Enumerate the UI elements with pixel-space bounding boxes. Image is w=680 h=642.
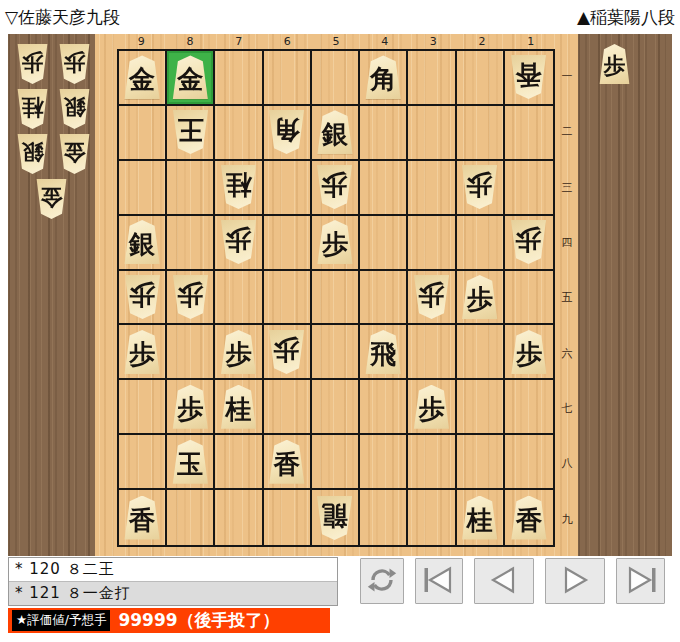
bottom-bar: * 120 ８二王 * 121 ８一金打 ★評価値/予想手 99999（後手投了… (0, 556, 680, 642)
square-39 (408, 490, 456, 545)
square-28 (457, 435, 505, 490)
square-53: 歩 (312, 161, 360, 216)
col-label-6: 6 (263, 35, 312, 48)
skip-to-start-button[interactable] (415, 558, 463, 604)
square-51 (312, 51, 360, 106)
square-41: 角 (360, 51, 408, 106)
square-38 (408, 435, 456, 490)
square-97 (119, 380, 167, 435)
square-22 (457, 106, 505, 161)
col-label-4: 4 (360, 35, 409, 48)
col-label-9: 9 (117, 35, 166, 48)
square-77: 桂 (215, 380, 263, 435)
square-83 (167, 161, 215, 216)
square-72 (215, 106, 263, 161)
move-list: * 120 ８二王 * 121 ８一金打 (8, 557, 338, 606)
eval-value: 99999（後手投了） (118, 609, 279, 632)
square-36 (408, 325, 456, 380)
nav-controls (360, 558, 665, 604)
square-95: 歩 (119, 271, 167, 326)
square-76: 歩 (215, 325, 263, 380)
row-label-二: 二 (559, 104, 575, 159)
piece-sente-桂-77: 桂 (219, 385, 258, 429)
square-48 (360, 435, 408, 490)
row-labels: 一二三四五六七八九 (559, 49, 575, 547)
piece-gote-香-11: 香 (509, 55, 548, 99)
square-99: 香 (119, 490, 167, 545)
square-91: 金 (119, 51, 167, 106)
piece-sente-香-68: 香 (267, 440, 306, 484)
square-31 (408, 51, 456, 106)
piece-gote-桂-73: 桂 (219, 165, 258, 209)
square-88: 玉 (167, 435, 215, 490)
square-74: 歩 (215, 216, 263, 271)
square-14: 歩 (505, 216, 553, 271)
piece-sente-歩-37: 歩 (412, 385, 451, 429)
square-12 (505, 106, 553, 161)
piece-sente-歩-25: 歩 (460, 275, 499, 319)
square-85: 歩 (167, 271, 215, 326)
hand-piece-gote-金: 金 (35, 179, 68, 219)
piece-gote-歩-95: 歩 (123, 275, 162, 319)
piece-sente-香-99: 香 (123, 496, 162, 540)
row-label-三: 三 (559, 160, 575, 215)
square-65 (264, 271, 312, 326)
board-area: 歩歩桂銀銀金金 歩 987654321 一二三四五六七八九 金金角香王角銀桂歩歩… (8, 34, 672, 556)
square-56 (312, 325, 360, 380)
piece-sente-銀-52: 銀 (315, 110, 354, 154)
eval-bar: ★評価値/予想手 99999（後手投了） (8, 608, 330, 633)
step-forward-icon (557, 565, 593, 598)
square-16: 歩 (505, 325, 553, 380)
square-94: 銀 (119, 216, 167, 271)
square-71 (215, 51, 263, 106)
square-81: 金 (167, 51, 215, 106)
square-21 (457, 51, 505, 106)
square-25: 歩 (457, 271, 505, 326)
move-row[interactable]: * 120 ８二王 (9, 558, 337, 581)
square-54: 歩 (312, 216, 360, 271)
piece-gote-角-62: 角 (267, 110, 306, 154)
piece-gote-歩-23: 歩 (460, 165, 499, 209)
hand-piece-gote-歩: 歩 (58, 44, 91, 84)
row-label-一: 一 (559, 49, 575, 104)
row-label-五: 五 (559, 270, 575, 325)
square-24 (457, 216, 505, 271)
square-35: 歩 (408, 271, 456, 326)
row-label-九: 九 (559, 492, 575, 547)
piece-sente-歩-16: 歩 (509, 330, 548, 374)
square-11: 香 (505, 51, 553, 106)
piece-sente-金-91: 金 (123, 55, 162, 99)
step-back-icon (486, 565, 522, 598)
square-29: 桂 (457, 490, 505, 545)
square-66: 歩 (264, 325, 312, 380)
col-label-3: 3 (409, 35, 458, 48)
square-23: 歩 (457, 161, 505, 216)
column-labels: 987654321 (117, 35, 555, 48)
square-67 (264, 380, 312, 435)
player-gote: ▽佐藤天彦九段 (5, 6, 120, 29)
hand-piece-gote-歩: 歩 (16, 44, 49, 84)
square-87: 歩 (167, 380, 215, 435)
row-label-八: 八 (559, 436, 575, 491)
move-row[interactable]: * 121 ８一金打 (9, 581, 337, 605)
square-49 (360, 490, 408, 545)
step-forward-button[interactable] (545, 558, 605, 604)
hand-piece-gote-桂: 桂 (16, 89, 49, 129)
refresh-button[interactable] (360, 558, 404, 604)
square-79 (215, 490, 263, 545)
piece-gote-歩-85: 歩 (171, 275, 210, 319)
square-57 (312, 380, 360, 435)
step-back-button[interactable] (474, 558, 534, 604)
col-label-1: 1 (506, 35, 555, 48)
row-label-六: 六 (559, 326, 575, 381)
square-75 (215, 271, 263, 326)
hand-piece-gote-金: 金 (58, 134, 91, 174)
hand-piece-gote-銀: 銀 (16, 134, 49, 174)
square-86 (167, 325, 215, 380)
piece-gote-歩-74: 歩 (219, 220, 258, 264)
piece-gote-龍-59: 龍 (315, 496, 354, 540)
square-18 (505, 435, 553, 490)
square-13 (505, 161, 553, 216)
square-89 (167, 490, 215, 545)
square-63 (264, 161, 312, 216)
square-73: 桂 (215, 161, 263, 216)
square-68: 香 (264, 435, 312, 490)
piece-sente-香-19: 香 (509, 496, 548, 540)
square-61 (264, 51, 312, 106)
piece-sente-歩-76: 歩 (219, 330, 258, 374)
square-52: 銀 (312, 106, 360, 161)
hand-piece-gote-銀: 銀 (58, 89, 91, 129)
sente-hand-tray: 歩 (578, 34, 672, 556)
col-label-7: 7 (214, 35, 263, 48)
square-62: 角 (264, 106, 312, 161)
square-15 (505, 271, 553, 326)
square-43 (360, 161, 408, 216)
col-label-8: 8 (166, 35, 215, 48)
square-46: 飛 (360, 325, 408, 380)
square-93 (119, 161, 167, 216)
piece-sente-歩-96: 歩 (123, 330, 162, 374)
shogi-board: 金金角香王角銀桂歩歩銀歩歩歩歩歩歩歩歩歩歩飛歩歩桂歩玉香香龍桂香 (117, 49, 555, 547)
refresh-icon (367, 565, 397, 598)
piece-sente-歩-54: 歩 (315, 220, 354, 264)
square-34 (408, 216, 456, 271)
piece-gote-歩-53: 歩 (315, 165, 354, 209)
header: ▽佐藤天彦九段 ▲稲葉陽八段 (0, 0, 680, 34)
square-17 (505, 380, 553, 435)
square-64 (264, 216, 312, 271)
square-26 (457, 325, 505, 380)
piece-sente-銀-94: 銀 (123, 220, 162, 264)
piece-sente-飛-46: 飛 (364, 330, 403, 374)
square-69 (264, 490, 312, 545)
square-44 (360, 216, 408, 271)
row-label-四: 四 (559, 215, 575, 270)
row-label-七: 七 (559, 381, 575, 436)
square-59: 龍 (312, 490, 360, 545)
player-sente: ▲稲葉陽八段 (577, 6, 675, 29)
square-33 (408, 161, 456, 216)
piece-sente-桂-29: 桂 (460, 496, 499, 540)
eval-label: ★評価値/予想手 (12, 610, 110, 631)
piece-gote-歩-35: 歩 (412, 275, 451, 319)
square-27 (457, 380, 505, 435)
skip-to-end-button[interactable] (616, 558, 665, 604)
square-92 (119, 106, 167, 161)
skip-to-end-icon (623, 565, 659, 598)
square-58 (312, 435, 360, 490)
col-label-2: 2 (458, 35, 507, 48)
square-55 (312, 271, 360, 326)
col-label-5: 5 (312, 35, 361, 48)
skip-to-start-icon (421, 565, 457, 598)
square-82: 王 (167, 106, 215, 161)
piece-sente-金-81: 金 (171, 55, 210, 99)
square-37: 歩 (408, 380, 456, 435)
gote-hand-tray: 歩歩桂銀銀金金 (8, 34, 95, 556)
square-84 (167, 216, 215, 271)
square-47 (360, 380, 408, 435)
piece-sente-角-41: 角 (364, 55, 403, 99)
piece-gote-歩-14: 歩 (509, 220, 548, 264)
piece-gote-歩-66: 歩 (267, 330, 306, 374)
hand-piece-sente-歩: 歩 (598, 44, 631, 84)
square-78 (215, 435, 263, 490)
piece-sente-玉-88: 玉 (171, 440, 210, 484)
square-98 (119, 435, 167, 490)
square-96: 歩 (119, 325, 167, 380)
piece-gote-王-82: 王 (171, 110, 210, 154)
square-32 (408, 106, 456, 161)
piece-sente-歩-87: 歩 (171, 385, 210, 429)
square-45 (360, 271, 408, 326)
square-42 (360, 106, 408, 161)
square-19: 香 (505, 490, 553, 545)
